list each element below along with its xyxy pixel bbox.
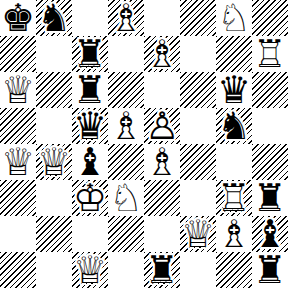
square-g7[interactable] [216,36,252,72]
square-d3[interactable]: ♞♘ [108,180,144,216]
square-e2[interactable] [144,216,180,252]
square-a1[interactable] [0,252,36,288]
piece-white-rook: ♖ [252,36,288,72]
square-e1[interactable]: ♜♜ [144,252,180,288]
square-d8[interactable]: ♝♗ [108,0,144,36]
square-a6[interactable]: ♛♕ [0,72,36,108]
square-f6[interactable] [180,72,216,108]
square-g6[interactable]: ♛♛ [216,72,252,108]
square-g5[interactable]: ♞♞ [216,108,252,144]
square-b4[interactable]: ♛♕ [36,144,72,180]
square-c6[interactable]: ♜♜ [72,72,108,108]
chess-board: ♚♚♞♞♝♗♞♘♜♜♝♗♜♖♛♕♜♜♛♛♛♛♝♗♟♙♞♞♛♕♛♕♝♝♝♗♚♔♞♘… [0,0,288,288]
square-c2[interactable] [72,216,108,252]
piece-black-queen: ♛ [216,72,252,108]
square-f4[interactable] [180,144,216,180]
square-g3[interactable]: ♜♖ [216,180,252,216]
square-c4[interactable]: ♝♝ [72,144,108,180]
square-d2[interactable] [108,216,144,252]
square-h3[interactable]: ♜♜ [252,180,288,216]
piece-white-bishop: ♗ [108,0,144,36]
square-c7[interactable]: ♜♜ [72,36,108,72]
piece-black-knight: ♞ [36,0,72,36]
square-e6[interactable] [144,72,180,108]
square-a8[interactable]: ♚♚ [0,0,36,36]
square-c5[interactable]: ♛♛ [72,108,108,144]
piece-black-queen: ♛ [72,108,108,144]
square-f5[interactable] [180,108,216,144]
square-b8[interactable]: ♞♞ [36,0,72,36]
piece-black-knight: ♞ [216,108,252,144]
square-f1[interactable] [180,252,216,288]
piece-white-pawn: ♙ [144,108,180,144]
square-c3[interactable]: ♚♔ [72,180,108,216]
piece-white-queen: ♕ [36,144,72,180]
square-g2[interactable]: ♝♗ [216,216,252,252]
square-e7[interactable]: ♝♗ [144,36,180,72]
piece-white-queen: ♕ [0,144,36,180]
piece-black-rook: ♜ [72,36,108,72]
piece-white-king: ♔ [72,180,108,216]
piece-black-rook: ♜ [252,180,288,216]
square-g8[interactable]: ♞♘ [216,0,252,36]
square-b2[interactable] [36,216,72,252]
square-b7[interactable] [36,36,72,72]
square-f2[interactable]: ♛♕ [180,216,216,252]
square-e4[interactable]: ♝♗ [144,144,180,180]
square-e5[interactable]: ♟♙ [144,108,180,144]
chess-board-wrap: ♚♚♞♞♝♗♞♘♜♜♝♗♜♖♛♕♜♜♛♛♛♛♝♗♟♙♞♞♛♕♛♕♝♝♝♗♚♔♞♘… [0,0,288,288]
piece-black-bishop: ♝ [252,216,288,252]
square-b3[interactable] [36,180,72,216]
square-f7[interactable] [180,36,216,72]
square-g4[interactable] [216,144,252,180]
square-d4[interactable] [108,144,144,180]
square-h2[interactable]: ♝♝ [252,216,288,252]
square-c8[interactable] [72,0,108,36]
piece-black-bishop: ♝ [72,144,108,180]
square-c1[interactable]: ♛♕ [72,252,108,288]
square-b5[interactable] [36,108,72,144]
square-h5[interactable] [252,108,288,144]
square-a2[interactable] [0,216,36,252]
square-f8[interactable] [180,0,216,36]
square-d7[interactable] [108,36,144,72]
square-h7[interactable]: ♜♖ [252,36,288,72]
square-h1[interactable]: ♜♜ [252,252,288,288]
square-g1[interactable] [216,252,252,288]
piece-black-rook: ♜ [144,252,180,288]
square-h4[interactable] [252,144,288,180]
square-d1[interactable] [108,252,144,288]
square-e3[interactable] [144,180,180,216]
square-b1[interactable] [36,252,72,288]
piece-white-queen: ♕ [0,72,36,108]
square-e8[interactable] [144,0,180,36]
piece-black-king: ♚ [0,0,36,36]
square-b6[interactable] [36,72,72,108]
piece-white-knight: ♘ [216,0,252,36]
square-h8[interactable] [252,0,288,36]
square-a4[interactable]: ♛♕ [0,144,36,180]
square-a7[interactable] [0,36,36,72]
square-f3[interactable] [180,180,216,216]
piece-white-bishop: ♗ [144,144,180,180]
piece-white-queen: ♕ [180,216,216,252]
piece-black-rook: ♜ [252,252,288,288]
square-a3[interactable] [0,180,36,216]
piece-white-bishop: ♗ [108,108,144,144]
square-h6[interactable] [252,72,288,108]
square-a5[interactable] [0,108,36,144]
piece-white-knight: ♘ [108,180,144,216]
piece-white-queen: ♕ [72,252,108,288]
square-d5[interactable]: ♝♗ [108,108,144,144]
square-d6[interactable] [108,72,144,108]
piece-white-bishop: ♗ [144,36,180,72]
piece-white-rook: ♖ [216,180,252,216]
piece-white-bishop: ♗ [216,216,252,252]
piece-black-rook: ♜ [72,72,108,108]
